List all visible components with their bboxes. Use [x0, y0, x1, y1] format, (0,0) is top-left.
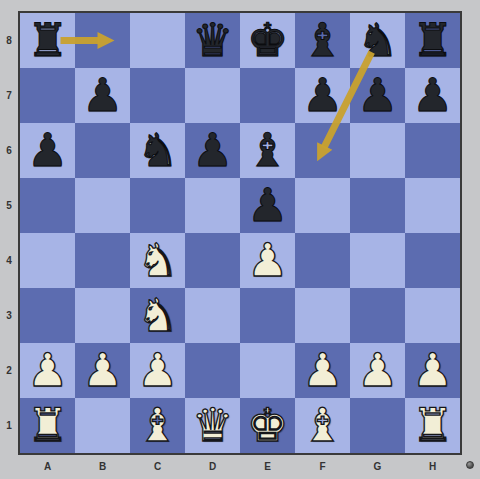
piece-white-pawn: ♟	[302, 343, 343, 398]
square-a8[interactable]: ♜	[20, 13, 75, 68]
square-c3[interactable]: ♞	[130, 288, 185, 343]
square-b8[interactable]	[75, 13, 130, 68]
rank-label-3: 3	[0, 288, 18, 343]
square-b1[interactable]	[75, 398, 130, 453]
square-b4[interactable]	[75, 233, 130, 288]
piece-white-king: ♚	[247, 398, 288, 453]
piece-white-bishop: ♝	[302, 398, 343, 453]
square-g3[interactable]	[350, 288, 405, 343]
square-c7[interactable]	[130, 68, 185, 123]
square-f5[interactable]	[295, 178, 350, 233]
piece-black-pawn: ♟	[412, 68, 453, 123]
square-a1[interactable]: ♜	[20, 398, 75, 453]
square-e7[interactable]	[240, 68, 295, 123]
square-g1[interactable]	[350, 398, 405, 453]
square-a4[interactable]	[20, 233, 75, 288]
file-label-a: A	[20, 456, 75, 476]
piece-black-knight: ♞	[357, 13, 398, 68]
square-e8[interactable]: ♚	[240, 13, 295, 68]
rank-label-6: 6	[0, 123, 18, 178]
file-labels: ABCDEFGH	[20, 456, 460, 476]
square-c1[interactable]: ♝	[130, 398, 185, 453]
square-f8[interactable]: ♝	[295, 13, 350, 68]
square-a7[interactable]	[20, 68, 75, 123]
square-d3[interactable]	[185, 288, 240, 343]
piece-black-rook: ♜	[412, 13, 453, 68]
square-g4[interactable]	[350, 233, 405, 288]
piece-black-pawn: ♟	[192, 123, 233, 178]
piece-white-queen: ♛	[192, 398, 233, 453]
square-g5[interactable]	[350, 178, 405, 233]
file-label-c: C	[130, 456, 185, 476]
piece-white-pawn: ♟	[412, 343, 453, 398]
square-h6[interactable]	[405, 123, 460, 178]
square-c6[interactable]: ♞	[130, 123, 185, 178]
piece-white-pawn: ♟	[357, 343, 398, 398]
move-indicator-dot	[466, 461, 474, 469]
square-e4[interactable]: ♟	[240, 233, 295, 288]
file-label-e: E	[240, 456, 295, 476]
piece-white-rook: ♜	[412, 398, 453, 453]
piece-white-rook: ♜	[27, 398, 68, 453]
piece-black-pawn: ♟	[357, 68, 398, 123]
piece-white-bishop: ♝	[137, 398, 178, 453]
piece-black-pawn: ♟	[27, 123, 68, 178]
rank-labels: 87654321	[0, 13, 18, 453]
piece-black-knight: ♞	[137, 123, 178, 178]
square-a5[interactable]	[20, 178, 75, 233]
piece-white-knight: ♞	[137, 288, 178, 343]
square-g6[interactable]	[350, 123, 405, 178]
square-d4[interactable]	[185, 233, 240, 288]
square-h8[interactable]: ♜	[405, 13, 460, 68]
piece-black-pawn: ♟	[82, 68, 123, 123]
piece-white-pawn: ♟	[247, 233, 288, 288]
square-f7[interactable]: ♟	[295, 68, 350, 123]
file-label-b: B	[75, 456, 130, 476]
square-f4[interactable]	[295, 233, 350, 288]
square-e3[interactable]	[240, 288, 295, 343]
rank-label-7: 7	[0, 68, 18, 123]
square-b5[interactable]	[75, 178, 130, 233]
piece-black-king: ♚	[247, 13, 288, 68]
square-c8[interactable]	[130, 13, 185, 68]
square-h4[interactable]	[405, 233, 460, 288]
square-c5[interactable]	[130, 178, 185, 233]
square-d8[interactable]: ♛	[185, 13, 240, 68]
square-d2[interactable]	[185, 343, 240, 398]
rank-label-2: 2	[0, 343, 18, 398]
square-d5[interactable]	[185, 178, 240, 233]
square-h7[interactable]: ♟	[405, 68, 460, 123]
square-f3[interactable]	[295, 288, 350, 343]
square-h1[interactable]: ♜	[405, 398, 460, 453]
square-d7[interactable]	[185, 68, 240, 123]
square-e1[interactable]: ♚	[240, 398, 295, 453]
piece-white-pawn: ♟	[27, 343, 68, 398]
piece-black-queen: ♛	[192, 13, 233, 68]
rank-label-1: 1	[0, 398, 18, 453]
square-b6[interactable]	[75, 123, 130, 178]
piece-white-pawn: ♟	[82, 343, 123, 398]
square-e2[interactable]	[240, 343, 295, 398]
square-g7[interactable]: ♟	[350, 68, 405, 123]
piece-black-pawn: ♟	[302, 68, 343, 123]
square-d1[interactable]: ♛	[185, 398, 240, 453]
square-h5[interactable]	[405, 178, 460, 233]
square-d6[interactable]: ♟	[185, 123, 240, 178]
square-b3[interactable]	[75, 288, 130, 343]
square-e5[interactable]: ♟	[240, 178, 295, 233]
rank-label-5: 5	[0, 178, 18, 233]
square-b2[interactable]: ♟	[75, 343, 130, 398]
piece-black-bishop: ♝	[302, 13, 343, 68]
rank-label-4: 4	[0, 233, 18, 288]
piece-black-pawn: ♟	[247, 178, 288, 233]
piece-white-knight: ♞	[137, 233, 178, 288]
square-a6[interactable]: ♟	[20, 123, 75, 178]
square-f1[interactable]: ♝	[295, 398, 350, 453]
piece-black-rook: ♜	[27, 13, 68, 68]
chess-board: ♜♛♚♝♞♜♟♟♟♟♟♞♟♝♟♞♟♞♟♟♟♟♟♟♜♝♛♚♝♜	[18, 11, 462, 455]
square-h2[interactable]: ♟	[405, 343, 460, 398]
square-e6[interactable]: ♝	[240, 123, 295, 178]
file-label-f: F	[295, 456, 350, 476]
square-c4[interactable]: ♞	[130, 233, 185, 288]
square-c2[interactable]: ♟	[130, 343, 185, 398]
square-a3[interactable]	[20, 288, 75, 343]
square-g8[interactable]: ♞	[350, 13, 405, 68]
square-g2[interactable]: ♟	[350, 343, 405, 398]
file-label-h: H	[405, 456, 460, 476]
rank-label-8: 8	[0, 13, 18, 68]
square-f2[interactable]: ♟	[295, 343, 350, 398]
square-f6[interactable]	[295, 123, 350, 178]
square-h3[interactable]	[405, 288, 460, 343]
piece-white-pawn: ♟	[137, 343, 178, 398]
chess-app-window: 87654321 ♜♛♚♝♞♜♟♟♟♟♟♞♟♝♟♞♟♞♟♟♟♟♟♟♜♝♛♚♝♜ …	[0, 0, 480, 479]
file-label-d: D	[185, 456, 240, 476]
piece-black-bishop: ♝	[247, 123, 288, 178]
square-b7[interactable]: ♟	[75, 68, 130, 123]
file-label-g: G	[350, 456, 405, 476]
square-a2[interactable]: ♟	[20, 343, 75, 398]
